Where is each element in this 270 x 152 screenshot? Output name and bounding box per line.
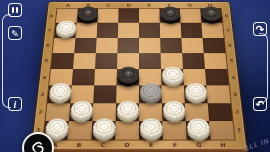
watermark: ALL IN: [242, 137, 270, 152]
square-d6[interactable]: [117, 38, 139, 53]
square-f8[interactable]: [159, 9, 180, 23]
square-d2[interactable]: [116, 103, 139, 121]
white-man-e1[interactable]: [140, 118, 163, 136]
coord-label: D: [119, 3, 139, 7]
coord-label: 5: [41, 53, 52, 69]
square-c5[interactable]: [95, 53, 117, 69]
square-d1[interactable]: [115, 121, 139, 140]
black-man-h8[interactable]: [201, 7, 222, 21]
pause-icon: [16, 7, 18, 14]
square-c6[interactable]: [96, 38, 118, 53]
coord-label: E: [139, 3, 159, 7]
square-g5[interactable]: [182, 53, 205, 69]
hand-logo-icon: [29, 139, 47, 152]
square-d7[interactable]: [118, 23, 139, 38]
coord-label: 8: [222, 9, 232, 23]
pause-button[interactable]: [8, 3, 22, 17]
square-d8[interactable]: [118, 9, 139, 23]
black-man-d4[interactable]: [117, 67, 138, 83]
square-c4[interactable]: [94, 69, 117, 86]
info-icon: i: [14, 99, 17, 110]
white-man-a1[interactable]: [44, 118, 68, 136]
game-screen: ABCDEFGH ABCDEFGH 12345678 12345678 ✎ i …: [0, 0, 270, 152]
square-c8[interactable]: [97, 9, 118, 23]
square-h5[interactable]: [204, 53, 227, 69]
coord-label: A: [58, 3, 79, 7]
white-man-a3[interactable]: [48, 83, 71, 100]
square-a3[interactable]: [47, 86, 71, 103]
square-c3[interactable]: [93, 86, 116, 103]
undo-arrow-icon: ↶: [256, 98, 265, 110]
white-man-f4[interactable]: [161, 67, 183, 83]
coord-label: H: [211, 142, 235, 147]
white-man-g3[interactable]: [184, 83, 207, 100]
coord-label: 3: [230, 86, 241, 103]
coord-label: 6: [225, 38, 235, 53]
coord-label: G: [180, 3, 201, 7]
pencil-icon: ✎: [11, 28, 19, 39]
square-b6[interactable]: [74, 38, 96, 53]
square-b1[interactable]: [67, 121, 92, 140]
square-e8[interactable]: [139, 9, 160, 23]
square-e3[interactable]: [139, 86, 162, 103]
square-g8[interactable]: [180, 9, 202, 23]
right-toolbar-bracket: [259, 33, 268, 103]
coord-label: G: [187, 142, 211, 147]
square-h2[interactable]: [208, 103, 233, 121]
square-f1[interactable]: [162, 121, 186, 140]
coord-label: 2: [232, 103, 243, 121]
coord-label: 5: [226, 53, 237, 69]
square-g3[interactable]: [184, 86, 208, 103]
coord-label: 1: [234, 121, 246, 140]
coord-label: 2: [35, 103, 46, 121]
square-a7[interactable]: [54, 23, 76, 38]
square-b8[interactable]: [77, 9, 99, 23]
square-d4[interactable]: [117, 69, 139, 86]
coord-label: C: [91, 142, 115, 147]
board-grid: [44, 9, 235, 140]
coord-label: 4: [39, 69, 50, 86]
square-a5[interactable]: [51, 53, 74, 69]
white-man-f2[interactable]: [162, 101, 185, 119]
file-labels-top: ABCDEFGH: [58, 3, 221, 7]
square-e1[interactable]: [139, 121, 163, 140]
coord-label: 3: [37, 86, 48, 103]
square-h1[interactable]: [209, 121, 234, 140]
coord-label: 8: [46, 9, 56, 23]
square-h4[interactable]: [205, 69, 229, 86]
pause-icon: [12, 7, 14, 14]
square-f2[interactable]: [162, 103, 186, 121]
square-e5[interactable]: [139, 53, 161, 69]
coord-label: F: [163, 142, 187, 147]
coord-label: 7: [223, 23, 233, 38]
coord-label: E: [139, 142, 163, 147]
edit-button[interactable]: ✎: [8, 26, 22, 40]
white-man-c1[interactable]: [92, 118, 115, 136]
square-f7[interactable]: [160, 23, 182, 38]
square-h6[interactable]: [203, 38, 226, 53]
square-h3[interactable]: [206, 86, 230, 103]
undo-button[interactable]: ↶: [253, 97, 267, 111]
black-man-f8[interactable]: [160, 7, 180, 21]
white-man-g1[interactable]: [186, 118, 210, 136]
square-b4[interactable]: [72, 69, 95, 86]
square-b7[interactable]: [75, 23, 97, 38]
redo-arrow-icon: ↷: [256, 23, 265, 35]
coord-label: B: [67, 142, 91, 147]
square-f4[interactable]: [161, 69, 184, 86]
coord-label: D: [115, 142, 139, 147]
black-man-b8[interactable]: [77, 7, 98, 21]
coord-label: 7: [45, 23, 55, 38]
file-labels-bottom: ABCDEFGH: [43, 142, 236, 147]
square-g1[interactable]: [186, 121, 211, 140]
square-e6[interactable]: [139, 38, 161, 53]
coord-label: 4: [228, 69, 239, 86]
square-f6[interactable]: [160, 38, 182, 53]
redo-button[interactable]: ↷: [253, 22, 267, 36]
checkers-board: ABCDEFGH ABCDEFGH 12345678 12345678: [32, 2, 247, 149]
square-h8[interactable]: [200, 9, 222, 23]
white-man-d2[interactable]: [116, 101, 138, 119]
square-e7[interactable]: [139, 23, 160, 38]
square-c7[interactable]: [97, 23, 119, 38]
board-front-edge: [30, 149, 248, 152]
coord-label: C: [98, 3, 118, 7]
ghost-man-e3[interactable]: [140, 83, 162, 100]
square-g6[interactable]: [181, 38, 203, 53]
square-c1[interactable]: [91, 121, 115, 140]
square-h7[interactable]: [201, 23, 223, 38]
coord-label: 6: [43, 38, 53, 53]
white-man-b2[interactable]: [70, 101, 93, 119]
square-b2[interactable]: [69, 103, 93, 121]
square-g7[interactable]: [181, 23, 203, 38]
square-b5[interactable]: [73, 53, 96, 69]
info-button[interactable]: i: [8, 97, 22, 111]
square-a6[interactable]: [53, 38, 76, 53]
white-man-a7[interactable]: [55, 21, 76, 36]
